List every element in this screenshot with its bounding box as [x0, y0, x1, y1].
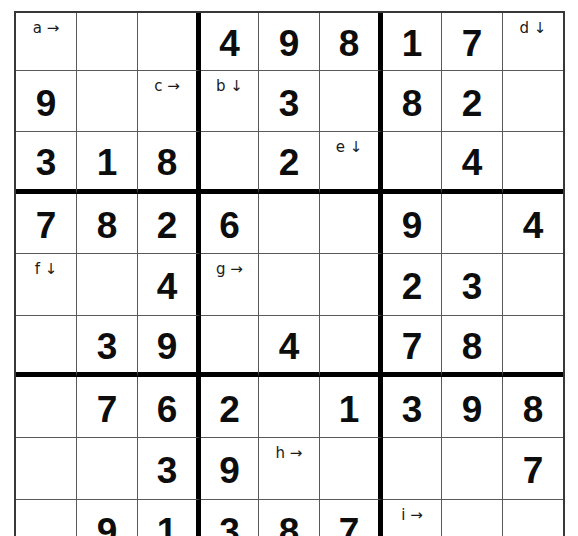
given-digit: 2	[402, 264, 423, 305]
given-digit: 8	[402, 81, 423, 122]
given-digit: 4	[523, 203, 544, 244]
cell-r9c3[interactable]: 1	[138, 500, 201, 536]
given-digit: 8	[279, 509, 300, 536]
cell-r3c2[interactable]: 1	[77, 132, 138, 194]
given-digit: 7	[402, 324, 423, 365]
cell-r6c3[interactable]: 9	[138, 316, 201, 377]
given-digit: 2	[462, 81, 483, 122]
cell-r6c5[interactable]: 4	[259, 316, 320, 377]
cell-r1c1[interactable]: a →	[16, 13, 77, 71]
given-digit: 2	[157, 203, 178, 244]
given-digit: 3	[36, 140, 57, 181]
given-digit: 8	[97, 203, 118, 244]
cell-label-b: b ↓	[201, 78, 258, 95]
given-digit: 4	[157, 264, 178, 305]
cell-r9c7[interactable]: i →	[383, 500, 442, 536]
cell-r7c4[interactable]: 2	[201, 377, 259, 438]
cell-label-h: h →	[259, 445, 319, 462]
given-digit: 7	[36, 203, 57, 244]
cell-r9c8[interactable]	[442, 500, 503, 536]
cell-r2c7[interactable]: 8	[383, 71, 442, 132]
cell-label-i: i →	[383, 507, 441, 524]
given-digit: 6	[157, 387, 178, 428]
cell-r7c6[interactable]: 1	[320, 377, 383, 438]
cell-r8c2[interactable]	[77, 438, 138, 500]
cell-r8c5[interactable]: h →	[259, 438, 320, 500]
given-digit: 4	[279, 324, 300, 365]
given-digit: 4	[462, 140, 483, 181]
cell-r2c2[interactable]	[77, 71, 138, 132]
given-digit: 3	[157, 448, 178, 489]
cell-r6c6[interactable]	[320, 316, 383, 377]
given-digit: 1	[157, 509, 178, 536]
given-digit: 3	[402, 387, 423, 428]
given-digit: 9	[402, 203, 423, 244]
given-digit: 7	[339, 509, 360, 536]
cell-r2c8[interactable]: 2	[442, 71, 503, 132]
cell-r2c5[interactable]: 3	[259, 71, 320, 132]
cell-r5c9[interactable]	[503, 254, 563, 316]
given-digit: 9	[97, 509, 118, 536]
cell-r1c3[interactable]	[138, 13, 201, 71]
cell-r4c1[interactable]: 7	[16, 194, 77, 254]
cell-r6c2[interactable]: 3	[77, 316, 138, 377]
cell-r6c8[interactable]: 8	[442, 316, 503, 377]
cell-r6c9[interactable]	[503, 316, 563, 377]
cell-r3c4[interactable]	[201, 132, 259, 194]
cell-label-c: c →	[138, 78, 196, 95]
cell-r7c9[interactable]: 8	[503, 377, 563, 438]
cell-r8c6[interactable]	[320, 438, 383, 500]
cell-label-g: g →	[201, 261, 258, 278]
cell-r3c5[interactable]: 2	[259, 132, 320, 194]
cell-r2c6[interactable]	[320, 71, 383, 132]
cell-r8c3[interactable]: 3	[138, 438, 201, 500]
given-digit: 7	[97, 387, 118, 428]
given-digit: 9	[157, 324, 178, 365]
cell-r5c7[interactable]: 2	[383, 254, 442, 316]
cell-r3c8[interactable]: 4	[442, 132, 503, 194]
cell-r6c7[interactable]: 7	[383, 316, 442, 377]
cell-r4c2[interactable]: 8	[77, 194, 138, 254]
cell-r4c3[interactable]: 2	[138, 194, 201, 254]
given-digit: 9	[36, 81, 57, 122]
given-digit: 7	[462, 21, 483, 62]
given-digit: 2	[219, 387, 240, 428]
given-digit: 8	[462, 324, 483, 365]
cell-r4c5[interactable]	[259, 194, 320, 254]
cell-r2c1[interactable]: 9	[16, 71, 77, 132]
cell-r4c8[interactable]	[442, 194, 503, 254]
cell-r6c4[interactable]	[201, 316, 259, 377]
cell-r1c9[interactable]: d ↓	[503, 13, 563, 71]
cell-r2c4[interactable]: b ↓	[201, 71, 259, 132]
given-digit: 8	[523, 387, 544, 428]
cell-r4c6[interactable]	[320, 194, 383, 254]
cell-r1c2[interactable]	[77, 13, 138, 71]
cell-r2c9[interactable]	[503, 71, 563, 132]
cell-r3c7[interactable]	[383, 132, 442, 194]
cell-label-e: e ↓	[320, 139, 378, 156]
cell-r7c7[interactable]: 3	[383, 377, 442, 438]
cell-r1c7[interactable]: 1	[383, 13, 442, 71]
cell-r8c1[interactable]	[16, 438, 77, 500]
given-digit: 9	[462, 387, 483, 428]
cell-r5c3[interactable]: 4	[138, 254, 201, 316]
cell-r8c9[interactable]: 7	[503, 438, 563, 500]
given-digit: 3	[219, 509, 240, 536]
given-digit: 7	[523, 448, 544, 489]
given-digit: 8	[339, 21, 360, 62]
cell-r9c1[interactable]	[16, 500, 77, 536]
cell-r7c1[interactable]	[16, 377, 77, 438]
cell-r5c1[interactable]: f ↓	[16, 254, 77, 316]
cell-r8c7[interactable]	[383, 438, 442, 500]
given-digit: 3	[462, 264, 483, 305]
cell-r9c2[interactable]: 9	[77, 500, 138, 536]
cell-r5c8[interactable]: 3	[442, 254, 503, 316]
sudoku-board: a →49817d ↓9c →b ↓3823182e ↓4782694f ↓4g…	[0, 0, 578, 536]
given-digit: 9	[279, 21, 300, 62]
cell-r3c6[interactable]: e ↓	[320, 132, 383, 194]
cell-r5c2[interactable]	[77, 254, 138, 316]
cell-r8c4[interactable]: 9	[201, 438, 259, 500]
sudoku-grid: a →49817d ↓9c →b ↓3823182e ↓4782694f ↓4g…	[14, 11, 565, 536]
cell-r1c6[interactable]: 8	[320, 13, 383, 71]
cell-r5c4[interactable]: g →	[201, 254, 259, 316]
cell-r9c9[interactable]	[503, 500, 563, 536]
cell-r7c5[interactable]	[259, 377, 320, 438]
cell-r9c6[interactable]: 7	[320, 500, 383, 536]
cell-r8c8[interactable]	[442, 438, 503, 500]
cell-r1c5[interactable]: 9	[259, 13, 320, 71]
given-digit: 1	[97, 140, 118, 181]
cell-r9c4[interactable]: 3	[201, 500, 259, 536]
cell-r5c5[interactable]	[259, 254, 320, 316]
cell-label-d: d ↓	[503, 20, 563, 37]
given-digit: 3	[279, 81, 300, 122]
cell-r1c8[interactable]: 7	[442, 13, 503, 71]
cell-r3c1[interactable]: 3	[16, 132, 77, 194]
cell-r6c1[interactable]	[16, 316, 77, 377]
given-digit: 1	[402, 21, 423, 62]
given-digit: 4	[219, 21, 240, 62]
cell-r2c3[interactable]: c →	[138, 71, 201, 132]
cell-r3c9[interactable]	[503, 132, 563, 194]
given-digit: 9	[219, 448, 240, 489]
cell-r3c3[interactable]: 8	[138, 132, 201, 194]
given-digit: 8	[157, 140, 178, 181]
cell-r7c8[interactable]: 9	[442, 377, 503, 438]
cell-r1c4[interactable]: 4	[201, 13, 259, 71]
cell-r4c9[interactable]: 4	[503, 194, 563, 254]
cell-r7c3[interactable]: 6	[138, 377, 201, 438]
cell-r5c6[interactable]	[320, 254, 383, 316]
cell-r9c5[interactable]: 8	[259, 500, 320, 536]
cell-r7c2[interactable]: 7	[77, 377, 138, 438]
cell-label-f: f ↓	[16, 261, 76, 278]
cell-r4c7[interactable]: 9	[383, 194, 442, 254]
given-digit: 2	[279, 140, 300, 181]
given-digit: 3	[97, 324, 118, 365]
cell-label-a: a →	[16, 20, 76, 37]
cell-r4c4[interactable]: 6	[201, 194, 259, 254]
given-digit: 1	[339, 387, 360, 428]
given-digit: 6	[219, 203, 240, 244]
